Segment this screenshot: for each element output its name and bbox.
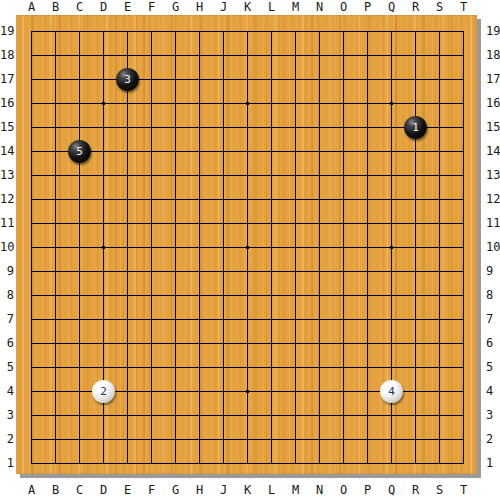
row-label-12-right: 12 <box>486 192 500 206</box>
star-point-K4 <box>246 390 249 393</box>
row-label-8-left: 8 <box>0 288 14 302</box>
row-label-1-right: 1 <box>486 456 500 470</box>
col-label-J: J <box>212 0 236 14</box>
row-label-9-left: 9 <box>0 264 14 278</box>
col-label-M: M <box>284 483 308 497</box>
row-label-17-left: 17 <box>0 72 14 86</box>
col-label-B: B <box>44 0 68 14</box>
row-label-8-right: 8 <box>486 288 500 302</box>
move-number: 2 <box>100 380 107 403</box>
row-label-9-right: 9 <box>486 264 500 278</box>
row-label-5-left: 5 <box>0 360 14 374</box>
col-label-S: S <box>428 483 452 497</box>
grid-hline <box>31 439 464 440</box>
col-label-H: H <box>188 0 212 14</box>
stone-black-R15[interactable]: 1 <box>404 116 427 139</box>
col-label-F: F <box>140 483 164 497</box>
grid-hline <box>31 295 464 296</box>
col-label-O: O <box>332 0 356 14</box>
col-label-M: M <box>284 0 308 14</box>
row-label-7-left: 7 <box>0 312 14 326</box>
row-label-2-left: 2 <box>0 432 14 446</box>
row-label-19-left: 19 <box>0 24 14 38</box>
col-label-P: P <box>356 483 380 497</box>
col-label-D: D <box>92 483 116 497</box>
col-label-K: K <box>236 0 260 14</box>
row-label-11-right: 11 <box>486 216 500 230</box>
grid-hline <box>31 415 464 416</box>
stone-white-Q4[interactable]: 4 <box>380 380 403 403</box>
col-label-L: L <box>260 483 284 497</box>
row-label-10-right: 10 <box>486 240 500 254</box>
col-label-C: C <box>68 0 92 14</box>
row-label-15-right: 15 <box>486 120 500 134</box>
move-number: 3 <box>124 68 131 91</box>
row-label-4-right: 4 <box>486 384 500 398</box>
grid-vline <box>343 31 344 464</box>
star-point-K10 <box>246 246 249 249</box>
col-label-F: F <box>140 0 164 14</box>
col-label-G: G <box>164 0 188 14</box>
row-label-10-left: 10 <box>0 240 14 254</box>
grid-vline <box>415 31 416 464</box>
col-label-N: N <box>308 483 332 497</box>
star-point-Q16 <box>390 102 393 105</box>
row-label-1-left: 1 <box>0 456 14 470</box>
col-label-E: E <box>116 483 140 497</box>
grid-vline <box>271 31 272 464</box>
stone-white-D4[interactable]: 2 <box>92 380 115 403</box>
grid-vline <box>367 31 368 464</box>
col-label-R: R <box>404 0 428 14</box>
row-label-15-left: 15 <box>0 120 14 134</box>
row-label-18-left: 18 <box>0 48 14 62</box>
row-label-16-right: 16 <box>486 96 500 110</box>
col-label-H: H <box>188 483 212 497</box>
grid-hline <box>31 463 464 464</box>
col-label-P: P <box>356 0 380 14</box>
col-label-A: A <box>20 0 44 14</box>
col-label-N: N <box>308 0 332 14</box>
star-point-K16 <box>246 102 249 105</box>
move-number: 5 <box>76 140 83 163</box>
move-number: 1 <box>412 116 419 139</box>
col-label-J: J <box>212 483 236 497</box>
col-label-D: D <box>92 0 116 14</box>
col-label-A: A <box>20 483 44 497</box>
col-label-C: C <box>68 483 92 497</box>
row-label-19-right: 19 <box>486 24 500 38</box>
col-label-B: B <box>44 483 68 497</box>
grid-vline <box>295 31 296 464</box>
row-label-13-right: 13 <box>486 168 500 182</box>
row-label-12-left: 12 <box>0 192 14 206</box>
row-label-2-right: 2 <box>486 432 500 446</box>
move-number: 4 <box>388 380 395 403</box>
col-label-K: K <box>236 483 260 497</box>
stone-black-C14[interactable]: 5 <box>68 140 91 163</box>
col-label-R: R <box>404 483 428 497</box>
grid-hline <box>31 343 464 344</box>
row-label-13-left: 13 <box>0 168 14 182</box>
go-board-page: ABCDEFGHJKLMNOPQRST ABCDEFGHJKLMNOPQRST … <box>0 0 500 500</box>
row-label-3-right: 3 <box>486 408 500 422</box>
grid-hline <box>31 367 464 368</box>
row-label-4-left: 4 <box>0 384 14 398</box>
row-label-17-right: 17 <box>486 72 500 86</box>
grid-vline <box>319 31 320 464</box>
col-label-T: T <box>452 483 476 497</box>
col-label-S: S <box>428 0 452 14</box>
col-label-E: E <box>116 0 140 14</box>
row-label-7-right: 7 <box>486 312 500 326</box>
row-label-5-right: 5 <box>486 360 500 374</box>
row-label-11-left: 11 <box>0 216 14 230</box>
star-point-D16 <box>102 102 105 105</box>
row-label-3-left: 3 <box>0 408 14 422</box>
col-label-Q: Q <box>380 483 404 497</box>
col-label-O: O <box>332 483 356 497</box>
row-label-14-left: 14 <box>0 144 14 158</box>
stone-black-E17[interactable]: 3 <box>116 68 139 91</box>
row-label-6-right: 6 <box>486 336 500 350</box>
grid-vline <box>439 31 440 464</box>
col-label-Q: Q <box>380 0 404 14</box>
grid-hline <box>31 271 464 272</box>
star-point-Q10 <box>390 246 393 249</box>
col-label-G: G <box>164 483 188 497</box>
row-label-16-left: 16 <box>0 96 14 110</box>
row-label-6-left: 6 <box>0 336 14 350</box>
grid-vline <box>463 31 464 464</box>
row-label-18-right: 18 <box>486 48 500 62</box>
grid-hline <box>31 319 464 320</box>
star-point-D10 <box>102 246 105 249</box>
col-label-L: L <box>260 0 284 14</box>
goban[interactable]: 12345 <box>16 15 477 474</box>
row-label-14-right: 14 <box>486 144 500 158</box>
col-label-T: T <box>452 0 476 14</box>
